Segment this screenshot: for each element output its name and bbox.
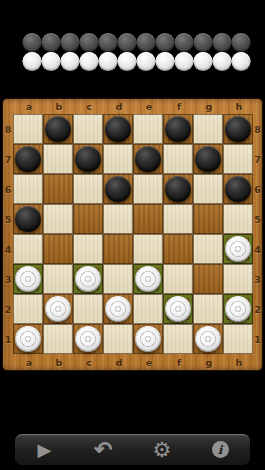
- white-man-a3[interactable]: [15, 266, 41, 292]
- file-label-c: c: [74, 354, 104, 370]
- black-man-f8[interactable]: [165, 116, 191, 142]
- black-man-a7[interactable]: [15, 146, 41, 172]
- rank-label-6: 6: [3, 174, 13, 204]
- rank-label-8: 8: [253, 114, 262, 144]
- black-pieces-row: [22, 33, 243, 52]
- rank-label-3: 3: [253, 264, 262, 294]
- square-h1[interactable]: [223, 324, 253, 354]
- square-a8[interactable]: [13, 114, 43, 144]
- square-b1[interactable]: [43, 324, 73, 354]
- black-tray-piece: [155, 33, 174, 52]
- white-man-h2[interactable]: [225, 296, 251, 322]
- black-tray-piece: [136, 33, 155, 52]
- square-h2[interactable]: [223, 294, 253, 324]
- file-label-h: h: [224, 354, 254, 370]
- square-c5[interactable]: [73, 204, 103, 234]
- rank-label-7: 7: [253, 144, 262, 174]
- white-tray-piece: [117, 52, 136, 71]
- square-d4[interactable]: [103, 234, 133, 264]
- rank-label-1: 1: [253, 324, 262, 354]
- file-label-b: b: [44, 354, 74, 370]
- square-d1[interactable]: [103, 324, 133, 354]
- square-a4[interactable]: [13, 234, 43, 264]
- white-man-e1[interactable]: [135, 326, 161, 352]
- rank-labels-right: 87654321: [253, 114, 262, 354]
- black-man-d8[interactable]: [105, 116, 131, 142]
- toolbar: ▶ ↶ ⚙ i: [14, 433, 251, 466]
- rank-labels-left: 87654321: [3, 114, 13, 354]
- square-b3[interactable]: [43, 264, 73, 294]
- white-tray-piece: [136, 52, 155, 71]
- rank-label-6: 6: [253, 174, 262, 204]
- square-f4[interactable]: [163, 234, 193, 264]
- square-f2[interactable]: [163, 294, 193, 324]
- black-tray-piece: [41, 33, 60, 52]
- square-g7[interactable]: [193, 144, 223, 174]
- info-letter: i: [218, 444, 223, 456]
- white-man-c3[interactable]: [75, 266, 101, 292]
- square-h7[interactable]: [223, 144, 253, 174]
- square-g6[interactable]: [193, 174, 223, 204]
- square-b7[interactable]: [43, 144, 73, 174]
- white-man-h4[interactable]: [225, 236, 251, 262]
- square-f3[interactable]: [163, 264, 193, 294]
- square-d7[interactable]: [103, 144, 133, 174]
- white-tray-piece: [60, 52, 79, 71]
- black-man-f6[interactable]: [165, 176, 191, 202]
- info-button[interactable]: i: [191, 434, 250, 465]
- rank-label-2: 2: [3, 294, 13, 324]
- square-c3[interactable]: [73, 264, 103, 294]
- square-h3[interactable]: [223, 264, 253, 294]
- square-a2[interactable]: [13, 294, 43, 324]
- square-g1[interactable]: [193, 324, 223, 354]
- white-man-g1[interactable]: [195, 326, 221, 352]
- white-tray-piece: [79, 52, 98, 71]
- white-tray-piece: [193, 52, 212, 71]
- white-man-f2[interactable]: [165, 296, 191, 322]
- info-icon: i: [212, 441, 229, 458]
- black-man-e7[interactable]: [135, 146, 161, 172]
- square-c6[interactable]: [73, 174, 103, 204]
- rank-label-7: 7: [3, 144, 13, 174]
- square-g2[interactable]: [193, 294, 223, 324]
- black-tray-piece: [22, 33, 41, 52]
- gear-icon: ⚙: [152, 439, 171, 460]
- undo-button[interactable]: ↶: [74, 434, 133, 465]
- black-tray-piece: [193, 33, 212, 52]
- black-man-h6[interactable]: [225, 176, 251, 202]
- square-e6[interactable]: [133, 174, 163, 204]
- black-tray-piece: [174, 33, 193, 52]
- play-icon: ▶: [37, 441, 51, 459]
- square-g4[interactable]: [193, 234, 223, 264]
- white-man-a1[interactable]: [15, 326, 41, 352]
- square-a1[interactable]: [13, 324, 43, 354]
- file-label-g: g: [194, 99, 224, 114]
- square-c7[interactable]: [73, 144, 103, 174]
- file-label-a: a: [14, 99, 44, 114]
- file-labels-top: abcdefgh: [14, 99, 262, 114]
- square-f7[interactable]: [163, 144, 193, 174]
- square-h4[interactable]: [223, 234, 253, 264]
- square-d2[interactable]: [103, 294, 133, 324]
- rank-label-5: 5: [253, 204, 262, 234]
- square-a5[interactable]: [13, 204, 43, 234]
- square-f1[interactable]: [163, 324, 193, 354]
- square-e5[interactable]: [133, 204, 163, 234]
- square-f6[interactable]: [163, 174, 193, 204]
- rank-label-4: 4: [253, 234, 262, 264]
- square-h8[interactable]: [223, 114, 253, 144]
- checkers-board: abcdefgh 87654321 87654321 abcdefgh: [2, 98, 263, 371]
- piece-count-tray: [22, 33, 243, 71]
- square-g5[interactable]: [193, 204, 223, 234]
- file-label-f: f: [164, 354, 194, 370]
- board-grid: [13, 114, 253, 354]
- black-man-g7[interactable]: [195, 146, 221, 172]
- app-screen: abcdefgh 87654321 87654321 abcdefgh ▶ ↶ …: [0, 0, 265, 470]
- square-d8[interactable]: [103, 114, 133, 144]
- settings-button[interactable]: ⚙: [133, 434, 192, 465]
- file-label-b: b: [44, 99, 74, 114]
- white-man-d2[interactable]: [105, 296, 131, 322]
- white-tray-piece: [22, 52, 41, 71]
- black-tray-piece: [117, 33, 136, 52]
- black-man-b8[interactable]: [45, 116, 71, 142]
- square-a7[interactable]: [13, 144, 43, 174]
- white-tray-piece: [174, 52, 193, 71]
- file-label-c: c: [74, 99, 104, 114]
- square-d3[interactable]: [103, 264, 133, 294]
- square-a6[interactable]: [13, 174, 43, 204]
- square-g8[interactable]: [193, 114, 223, 144]
- square-e8[interactable]: [133, 114, 163, 144]
- file-labels-bottom: abcdefgh: [14, 354, 262, 370]
- black-tray-piece: [98, 33, 117, 52]
- square-g3[interactable]: [193, 264, 223, 294]
- play-button[interactable]: ▶: [15, 434, 74, 465]
- square-h5[interactable]: [223, 204, 253, 234]
- black-tray-piece: [79, 33, 98, 52]
- white-tray-piece: [41, 52, 60, 71]
- square-b6[interactable]: [43, 174, 73, 204]
- square-c4[interactable]: [73, 234, 103, 264]
- rank-label-2: 2: [253, 294, 262, 324]
- square-h6[interactable]: [223, 174, 253, 204]
- black-man-h8[interactable]: [225, 116, 251, 142]
- black-tray-piece: [212, 33, 231, 52]
- rank-label-4: 4: [3, 234, 13, 264]
- white-tray-piece: [231, 52, 250, 71]
- white-man-c1[interactable]: [75, 326, 101, 352]
- square-e1[interactable]: [133, 324, 163, 354]
- square-f8[interactable]: [163, 114, 193, 144]
- square-b4[interactable]: [43, 234, 73, 264]
- square-c1[interactable]: [73, 324, 103, 354]
- rank-label-5: 5: [3, 204, 13, 234]
- square-c8[interactable]: [73, 114, 103, 144]
- black-tray-piece: [60, 33, 79, 52]
- square-e4[interactable]: [133, 234, 163, 264]
- black-tray-piece: [231, 33, 250, 52]
- file-label-e: e: [134, 354, 164, 370]
- square-a3[interactable]: [13, 264, 43, 294]
- rank-label-3: 3: [3, 264, 13, 294]
- square-d6[interactable]: [103, 174, 133, 204]
- file-label-g: g: [194, 354, 224, 370]
- rank-label-1: 1: [3, 324, 13, 354]
- white-tray-piece: [212, 52, 231, 71]
- square-e3[interactable]: [133, 264, 163, 294]
- file-label-h: h: [224, 99, 254, 114]
- square-b8[interactable]: [43, 114, 73, 144]
- file-label-d: d: [104, 354, 134, 370]
- square-f5[interactable]: [163, 204, 193, 234]
- file-label-e: e: [134, 99, 164, 114]
- file-label-a: a: [14, 354, 44, 370]
- black-man-c7[interactable]: [75, 146, 101, 172]
- black-man-a5[interactable]: [15, 206, 41, 232]
- square-c2[interactable]: [73, 294, 103, 324]
- square-e2[interactable]: [133, 294, 163, 324]
- file-label-f: f: [164, 99, 194, 114]
- black-man-d6[interactable]: [105, 176, 131, 202]
- white-tray-piece: [98, 52, 117, 71]
- square-d5[interactable]: [103, 204, 133, 234]
- undo-icon: ↶: [94, 439, 112, 461]
- square-b5[interactable]: [43, 204, 73, 234]
- white-man-b2[interactable]: [45, 296, 71, 322]
- rank-label-8: 8: [3, 114, 13, 144]
- white-pieces-row: [22, 52, 243, 71]
- white-tray-piece: [155, 52, 174, 71]
- file-label-d: d: [104, 99, 134, 114]
- square-e7[interactable]: [133, 144, 163, 174]
- white-man-e3[interactable]: [135, 266, 161, 292]
- square-b2[interactable]: [43, 294, 73, 324]
